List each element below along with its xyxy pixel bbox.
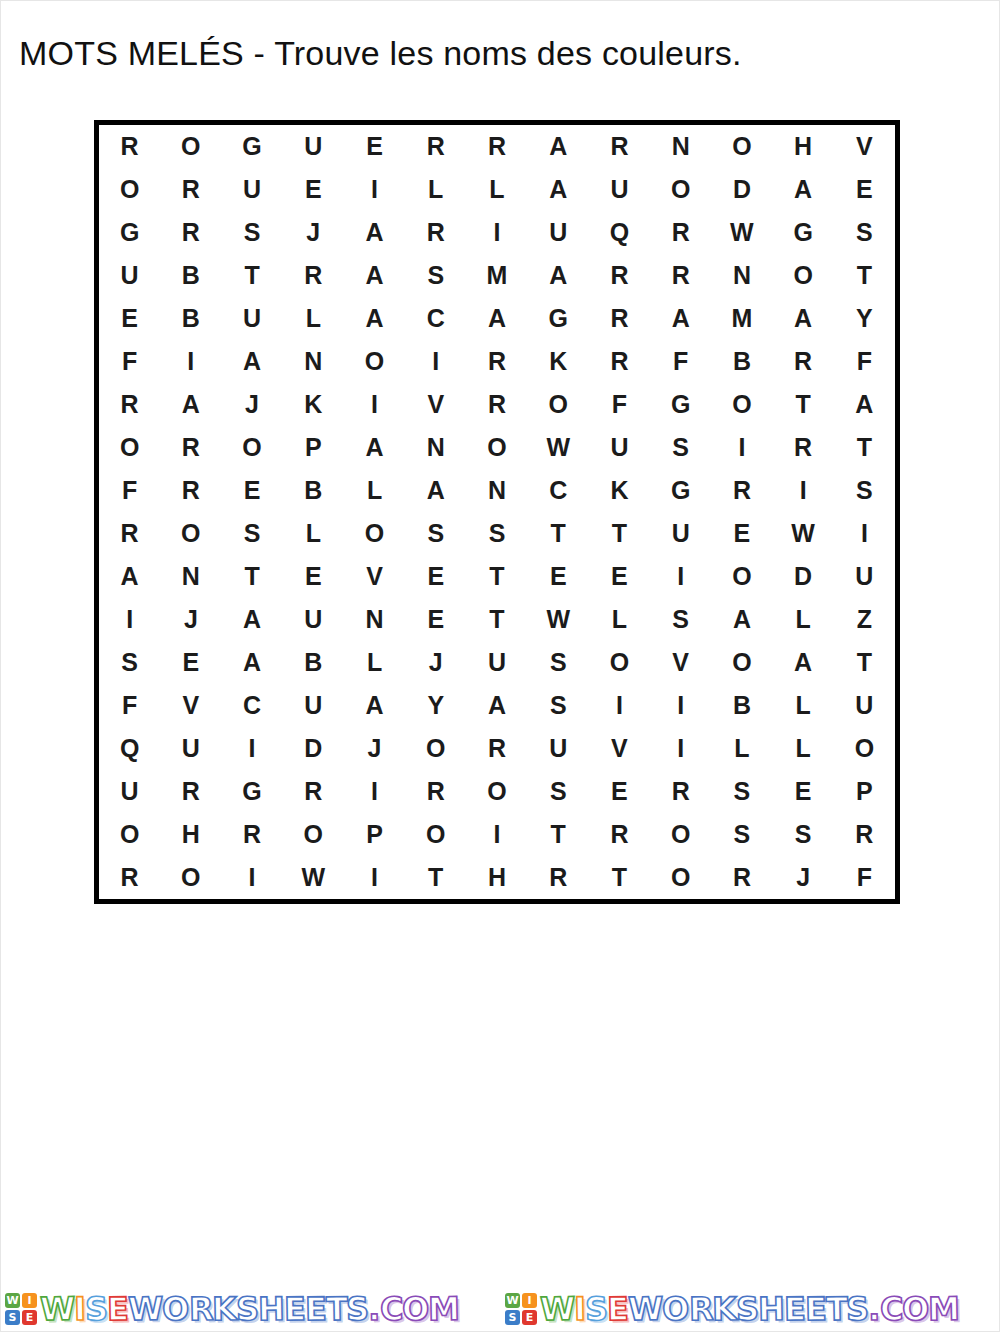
grid-cell: S: [528, 641, 589, 684]
logo-tile: S: [505, 1310, 520, 1325]
grid-cell: R: [99, 856, 160, 899]
grid-cell: A: [99, 555, 160, 598]
grid-cell: Z: [834, 598, 895, 641]
grid-cell: T: [466, 598, 527, 641]
brand-letter: W: [628, 1287, 663, 1332]
grid-cell: S: [405, 254, 466, 297]
grid-cell: Y: [834, 297, 895, 340]
grid-cell: I: [711, 426, 772, 469]
grid-cell: S: [650, 426, 711, 469]
grid-cell: U: [528, 211, 589, 254]
brand-letter: W: [128, 1287, 163, 1332]
grid-cell: A: [528, 125, 589, 168]
grid-cell: L: [283, 297, 344, 340]
brand-letter: K: [712, 1287, 737, 1331]
grid-cell: P: [344, 813, 405, 856]
grid-cell: N: [160, 555, 221, 598]
grid-cell: L: [344, 469, 405, 512]
grid-cell: R: [589, 297, 650, 340]
grid-cell: E: [405, 598, 466, 641]
brand-letter: W: [40, 1287, 75, 1332]
grid-cell: R: [589, 254, 650, 297]
grid-cell: U: [834, 555, 895, 598]
logo-tile: I: [22, 1293, 37, 1308]
grid-cell: O: [466, 426, 527, 469]
grid-cell: A: [834, 383, 895, 426]
logo-tile: S: [5, 1310, 20, 1325]
grid-cell: K: [283, 383, 344, 426]
grid-cell: M: [466, 254, 527, 297]
grid-cell: G: [99, 211, 160, 254]
logo-tile: W: [505, 1293, 520, 1308]
brand-letter: M: [428, 1287, 460, 1332]
brand-letter: E: [283, 1287, 305, 1331]
grid-cell: O: [344, 512, 405, 555]
grid-cell: O: [466, 770, 527, 813]
grid-cell: E: [834, 168, 895, 211]
grid-cell: S: [221, 512, 282, 555]
grid-cell: E: [711, 512, 772, 555]
grid-cell: F: [834, 340, 895, 383]
grid-cell: T: [589, 856, 650, 899]
grid-cell: Q: [99, 727, 160, 770]
grid-cell: A: [773, 297, 834, 340]
grid-cell: R: [160, 770, 221, 813]
grid-cell: T: [834, 426, 895, 469]
grid-cell: O: [221, 426, 282, 469]
brand-letter: O: [402, 1287, 429, 1331]
grid-cell: P: [283, 426, 344, 469]
grid-cell: B: [160, 297, 221, 340]
grid-cell: Q: [589, 211, 650, 254]
brand-letter: H: [758, 1287, 785, 1331]
grid-cell: O: [650, 856, 711, 899]
grid-cell: O: [711, 383, 772, 426]
grid-cell: A: [344, 211, 405, 254]
grid-cell: G: [221, 770, 282, 813]
grid-cell: L: [466, 168, 527, 211]
grid-cell: E: [589, 555, 650, 598]
brand-letter: R: [688, 1287, 712, 1331]
grid-cell: M: [711, 297, 772, 340]
brand-letter: O: [162, 1287, 189, 1331]
grid-cell: U: [528, 727, 589, 770]
grid-cell: O: [528, 383, 589, 426]
grid-cell: I: [589, 684, 650, 727]
grid-cell: L: [344, 641, 405, 684]
grid-cell: N: [344, 598, 405, 641]
grid-cell: K: [589, 469, 650, 512]
brand-letter: W: [540, 1287, 575, 1332]
grid-cell: I: [834, 512, 895, 555]
grid-cell: O: [283, 813, 344, 856]
grid-cell: A: [773, 168, 834, 211]
grid-cell: J: [221, 383, 282, 426]
grid-cell: O: [405, 813, 466, 856]
grid-cell: V: [160, 684, 221, 727]
brand-letter: H: [258, 1287, 285, 1331]
grid-cell: C: [221, 684, 282, 727]
grid-cell: R: [773, 340, 834, 383]
brand-letter: S: [846, 1287, 869, 1331]
grid-cell: C: [528, 469, 589, 512]
grid-cell: O: [160, 125, 221, 168]
grid-cell: T: [528, 813, 589, 856]
brand-letter: M: [928, 1287, 960, 1332]
grid-cell: L: [589, 598, 650, 641]
grid-cell: U: [221, 168, 282, 211]
brand-letter: O: [902, 1287, 929, 1331]
grid-cell: E: [773, 770, 834, 813]
grid-cell: T: [834, 641, 895, 684]
grid-cell: S: [711, 770, 772, 813]
grid-cell: A: [344, 684, 405, 727]
grid-cell: W: [528, 598, 589, 641]
grid-cell: L: [773, 598, 834, 641]
grid-cell: A: [344, 426, 405, 469]
grid-cell: V: [405, 383, 466, 426]
grid-cell: F: [834, 856, 895, 899]
grid-cell: G: [650, 469, 711, 512]
grid-cell: G: [650, 383, 711, 426]
grid-cell: V: [650, 641, 711, 684]
grid-cell: A: [528, 254, 589, 297]
grid-cell: U: [283, 125, 344, 168]
grid-cell: A: [466, 684, 527, 727]
grid-cell: D: [773, 555, 834, 598]
logo-tile: E: [522, 1310, 537, 1325]
grid-cell: R: [711, 469, 772, 512]
grid-cell: T: [466, 555, 527, 598]
grid-cell: A: [221, 641, 282, 684]
grid-cell: L: [773, 684, 834, 727]
grid-cell: R: [528, 856, 589, 899]
grid-cell: I: [650, 684, 711, 727]
grid-cell: T: [405, 856, 466, 899]
grid-cell: R: [99, 383, 160, 426]
brand-letter: T: [825, 1287, 847, 1331]
grid-cell: G: [221, 125, 282, 168]
grid-cell: H: [773, 125, 834, 168]
grid-cell: L: [283, 512, 344, 555]
grid-cell: G: [773, 211, 834, 254]
grid-cell: T: [773, 383, 834, 426]
grid-cell: I: [344, 168, 405, 211]
grid-cell: K: [528, 340, 589, 383]
grid-cell: A: [160, 383, 221, 426]
grid-cell: N: [711, 254, 772, 297]
grid-cell: R: [650, 770, 711, 813]
grid-cell: U: [589, 168, 650, 211]
grid-cell: R: [99, 512, 160, 555]
grid-cell: U: [99, 770, 160, 813]
grid-cell: V: [834, 125, 895, 168]
grid-cell: S: [834, 469, 895, 512]
brand-letter: S: [736, 1287, 759, 1331]
grid-cell: R: [466, 340, 527, 383]
grid-cell: U: [160, 727, 221, 770]
grid-cell: A: [466, 297, 527, 340]
grid-cell: A: [405, 469, 466, 512]
grid-cell: E: [405, 555, 466, 598]
brand-letter: S: [236, 1287, 259, 1331]
brand-letter: K: [212, 1287, 237, 1331]
grid-cell: F: [650, 340, 711, 383]
grid-cell: B: [711, 684, 772, 727]
grid-cell: A: [711, 598, 772, 641]
grid-cell: F: [99, 469, 160, 512]
logo-tile: W: [5, 1293, 20, 1308]
grid-cell: S: [834, 211, 895, 254]
grid-cell: F: [99, 340, 160, 383]
grid-cell: U: [589, 426, 650, 469]
grid-cell: I: [650, 727, 711, 770]
grid-cell: O: [405, 727, 466, 770]
grid-cell: R: [773, 426, 834, 469]
brand-letter: E: [783, 1287, 805, 1331]
grid-cell: L: [405, 168, 466, 211]
grid-cell: R: [650, 254, 711, 297]
logo-tile: E: [22, 1310, 37, 1325]
grid-cell: S: [773, 813, 834, 856]
grid-cell: I: [160, 340, 221, 383]
grid-cell: E: [528, 555, 589, 598]
grid-cell: A: [221, 340, 282, 383]
grid-cell: D: [283, 727, 344, 770]
grid-cell: N: [466, 469, 527, 512]
grid-cell: T: [221, 555, 282, 598]
brand-letter: .: [868, 1287, 880, 1331]
grid-cell: J: [283, 211, 344, 254]
grid-cell: J: [344, 727, 405, 770]
brand-letter: .: [368, 1287, 380, 1331]
brand-letter: E: [107, 1287, 129, 1331]
grid-cell: U: [283, 598, 344, 641]
grid-cell: R: [160, 211, 221, 254]
grid-cell: E: [221, 469, 282, 512]
grid-cell: S: [650, 598, 711, 641]
grid-cell: E: [283, 555, 344, 598]
word-grid: ROGUERRARNOHVORUEILLAUODAEGRSJARIUQRWGSU…: [94, 120, 900, 904]
grid-cell: E: [99, 297, 160, 340]
grid-cell: U: [650, 512, 711, 555]
grid-cell: S: [466, 512, 527, 555]
grid-cell: T: [589, 512, 650, 555]
grid-cell: S: [528, 684, 589, 727]
grid-cell: L: [773, 727, 834, 770]
grid-cell: C: [405, 297, 466, 340]
grid-cell: U: [283, 684, 344, 727]
grid-cell: A: [528, 168, 589, 211]
grid-cell: R: [405, 125, 466, 168]
grid-cell: S: [528, 770, 589, 813]
grid-cell: O: [711, 555, 772, 598]
grid-cell: N: [650, 125, 711, 168]
grid-cell: B: [283, 469, 344, 512]
grid-cell: J: [160, 598, 221, 641]
brand-letter: E: [804, 1287, 826, 1331]
grid-cell: A: [221, 598, 282, 641]
grid-cell: R: [99, 125, 160, 168]
grid-cell: R: [466, 125, 527, 168]
grid-cell: A: [344, 254, 405, 297]
grid-cell: V: [589, 727, 650, 770]
grid-cell: L: [711, 727, 772, 770]
grid-cell: R: [283, 770, 344, 813]
grid-cell: W: [528, 426, 589, 469]
grid-cell: G: [528, 297, 589, 340]
grid-cell: E: [589, 770, 650, 813]
grid-cell: P: [834, 770, 895, 813]
grid-cell: I: [650, 555, 711, 598]
grid-cell: J: [773, 856, 834, 899]
brand-text: WISEWORKSHEETS.COM: [540, 1287, 959, 1331]
grid-cell: F: [589, 383, 650, 426]
grid-cell: F: [99, 684, 160, 727]
grid-cell: S: [711, 813, 772, 856]
grid-cell: I: [773, 469, 834, 512]
logo-tiles: WISE: [505, 1293, 537, 1325]
grid-cell: R: [834, 813, 895, 856]
grid-cell: R: [466, 383, 527, 426]
grid-cell: R: [221, 813, 282, 856]
grid-cell: O: [834, 727, 895, 770]
grid-cell: S: [99, 641, 160, 684]
brand-letter: T: [325, 1287, 347, 1331]
grid-cell: R: [589, 340, 650, 383]
grid-cell: O: [773, 254, 834, 297]
grid-cell: I: [344, 856, 405, 899]
grid-cell: V: [344, 555, 405, 598]
grid-cell: I: [221, 856, 282, 899]
brand-letter: O: [662, 1287, 689, 1331]
grid-cell: O: [160, 856, 221, 899]
grid-cell: B: [711, 340, 772, 383]
brand-unit: WISE WISEWORKSHEETS.COM: [501, 1287, 1000, 1331]
brand-letter: S: [346, 1287, 369, 1331]
grid-cell: U: [466, 641, 527, 684]
grid-cell: O: [99, 426, 160, 469]
brand-unit: WISE WISEWORKSHEETS.COM: [1, 1287, 501, 1331]
grid-cell: O: [99, 813, 160, 856]
grid-cell: I: [221, 727, 282, 770]
grid-cell: I: [344, 383, 405, 426]
grid-cell: R: [160, 426, 221, 469]
brand-letter: S: [585, 1287, 608, 1331]
brand-letter: E: [607, 1287, 629, 1331]
grid-cell: A: [344, 297, 405, 340]
grid-cell: U: [99, 254, 160, 297]
grid-cell: U: [221, 297, 282, 340]
footer: WISE WISEWORKSHEETS.COM WISE WISEWORKSHE…: [1, 1287, 1000, 1331]
grid-cell: I: [405, 340, 466, 383]
grid-cell: N: [283, 340, 344, 383]
grid-cell: R: [405, 770, 466, 813]
grid-cell: T: [834, 254, 895, 297]
grid-cell: S: [405, 512, 466, 555]
grid-cell: R: [160, 469, 221, 512]
grid-cell: I: [466, 211, 527, 254]
brand-letter: E: [304, 1287, 326, 1331]
grid-cell: O: [711, 641, 772, 684]
logo-tile: I: [522, 1293, 537, 1308]
grid-cell: R: [650, 211, 711, 254]
grid-cell: S: [221, 211, 282, 254]
grid-cell: O: [650, 168, 711, 211]
grid-cell: O: [99, 168, 160, 211]
grid-cell: I: [466, 813, 527, 856]
grid-cell: B: [283, 641, 344, 684]
grid-cell: W: [711, 211, 772, 254]
grid-cell: E: [283, 168, 344, 211]
grid-cell: T: [528, 512, 589, 555]
grid-cell: O: [589, 641, 650, 684]
grid-cell: R: [589, 813, 650, 856]
grid-cell: O: [344, 340, 405, 383]
grid-cell: D: [711, 168, 772, 211]
grid-cell: R: [589, 125, 650, 168]
brand-letter: S: [85, 1287, 108, 1331]
grid-cell: A: [650, 297, 711, 340]
grid-cell: R: [405, 211, 466, 254]
grid-cell: H: [466, 856, 527, 899]
grid-cell: R: [283, 254, 344, 297]
page-title: MOTS MELÉS - Trouve les noms des couleur…: [19, 34, 742, 73]
grid-cell: I: [99, 598, 160, 641]
grid-cell: O: [650, 813, 711, 856]
grid-cell: Y: [405, 684, 466, 727]
brand-letter: R: [188, 1287, 212, 1331]
brand-text: WISEWORKSHEETS.COM: [40, 1287, 459, 1331]
grid-cell: O: [711, 125, 772, 168]
grid-cell: W: [773, 512, 834, 555]
grid-cell: E: [160, 641, 221, 684]
grid-cell: O: [160, 512, 221, 555]
grid-cell: R: [711, 856, 772, 899]
brand-letter: C: [879, 1287, 902, 1331]
grid-cell: E: [344, 125, 405, 168]
grid-cell: I: [344, 770, 405, 813]
grid-cell: R: [160, 168, 221, 211]
grid-cell: B: [160, 254, 221, 297]
grid-cell: W: [283, 856, 344, 899]
logo-tiles: WISE: [5, 1293, 37, 1325]
grid-cell: R: [466, 727, 527, 770]
grid-cell: H: [160, 813, 221, 856]
grid-cell: U: [834, 684, 895, 727]
grid-cell: J: [405, 641, 466, 684]
grid-cell: A: [773, 641, 834, 684]
grid-cell: T: [221, 254, 282, 297]
brand-letter: C: [379, 1287, 402, 1331]
grid-cell: N: [405, 426, 466, 469]
